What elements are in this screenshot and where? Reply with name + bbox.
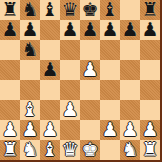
square-g8[interactable] xyxy=(120,0,140,20)
black-pawn-piece[interactable]: ♟ xyxy=(21,20,38,39)
square-g2[interactable]: ♟ xyxy=(120,120,140,140)
white-pawn-piece[interactable]: ♟ xyxy=(141,120,158,139)
square-c4[interactable] xyxy=(40,80,60,100)
square-h4[interactable] xyxy=(140,80,160,100)
white-rook-piece[interactable]: ♜ xyxy=(141,140,158,159)
chessboard-frame: ♜♞♝♛♚♝♜♟♟♟♟♟♟♟♞♟♟♝♟♟♟♟♟♟♟♜♞♝♛♚♞♜ xyxy=(0,0,162,162)
square-h7[interactable]: ♟ xyxy=(140,20,160,40)
square-e3[interactable] xyxy=(80,100,100,120)
square-a6[interactable] xyxy=(0,40,20,60)
square-d8[interactable]: ♛ xyxy=(60,0,80,20)
square-f2[interactable]: ♟ xyxy=(100,120,120,140)
white-rook-piece[interactable]: ♜ xyxy=(1,140,18,159)
square-a5[interactable] xyxy=(0,60,20,80)
square-d5[interactable] xyxy=(60,60,80,80)
black-pawn-piece[interactable]: ♟ xyxy=(141,20,158,39)
square-c5[interactable]: ♟ xyxy=(40,60,60,80)
white-king-piece[interactable]: ♚ xyxy=(81,140,98,159)
square-e6[interactable] xyxy=(80,40,100,60)
white-queen-piece[interactable]: ♛ xyxy=(61,140,78,159)
square-h2[interactable]: ♟ xyxy=(140,120,160,140)
square-d6[interactable] xyxy=(60,40,80,60)
square-d3[interactable]: ♟ xyxy=(60,100,80,120)
square-c6[interactable] xyxy=(40,40,60,60)
white-pawn-piece[interactable]: ♟ xyxy=(41,120,58,139)
black-pawn-piece[interactable]: ♟ xyxy=(41,60,58,79)
square-f7[interactable]: ♟ xyxy=(100,20,120,40)
square-b4[interactable] xyxy=(20,80,40,100)
square-h8[interactable]: ♜ xyxy=(140,0,160,20)
square-f8[interactable]: ♝ xyxy=(100,0,120,20)
square-e4[interactable] xyxy=(80,80,100,100)
black-queen-piece[interactable]: ♛ xyxy=(61,0,78,19)
square-g5[interactable] xyxy=(120,60,140,80)
square-a7[interactable]: ♟ xyxy=(0,20,20,40)
black-king-piece[interactable]: ♚ xyxy=(81,0,98,19)
white-pawn-piece[interactable]: ♟ xyxy=(1,120,18,139)
square-f5[interactable] xyxy=(100,60,120,80)
square-a4[interactable] xyxy=(0,80,20,100)
chessboard[interactable]: ♜♞♝♛♚♝♜♟♟♟♟♟♟♟♞♟♟♝♟♟♟♟♟♟♟♜♞♝♛♚♞♜ xyxy=(0,0,160,160)
square-h1[interactable]: ♜ xyxy=(140,140,160,160)
black-knight-piece[interactable]: ♞ xyxy=(21,40,38,59)
square-a8[interactable]: ♜ xyxy=(0,0,20,20)
square-h5[interactable] xyxy=(140,60,160,80)
square-h6[interactable] xyxy=(140,40,160,60)
square-b6[interactable]: ♞ xyxy=(20,40,40,60)
white-pawn-piece[interactable]: ♟ xyxy=(21,120,38,139)
square-a3[interactable] xyxy=(0,100,20,120)
square-e1[interactable]: ♚ xyxy=(80,140,100,160)
square-b3[interactable]: ♝ xyxy=(20,100,40,120)
square-g1[interactable]: ♞ xyxy=(120,140,140,160)
square-c8[interactable]: ♝ xyxy=(40,0,60,20)
black-rook-piece[interactable]: ♜ xyxy=(1,0,18,19)
square-b1[interactable]: ♞ xyxy=(20,140,40,160)
black-pawn-piece[interactable]: ♟ xyxy=(81,20,98,39)
square-c7[interactable] xyxy=(40,20,60,40)
black-bishop-piece[interactable]: ♝ xyxy=(101,0,118,19)
square-f6[interactable] xyxy=(100,40,120,60)
black-pawn-piece[interactable]: ♟ xyxy=(121,20,138,39)
black-knight-piece[interactable]: ♞ xyxy=(21,0,38,19)
square-c1[interactable]: ♝ xyxy=(40,140,60,160)
black-pawn-piece[interactable]: ♟ xyxy=(1,20,18,39)
white-pawn-piece[interactable]: ♟ xyxy=(61,100,78,119)
square-g7[interactable]: ♟ xyxy=(120,20,140,40)
square-e5[interactable]: ♟ xyxy=(80,60,100,80)
square-b5[interactable] xyxy=(20,60,40,80)
black-rook-piece[interactable]: ♜ xyxy=(141,0,158,19)
square-e2[interactable] xyxy=(80,120,100,140)
square-g3[interactable] xyxy=(120,100,140,120)
white-pawn-piece[interactable]: ♟ xyxy=(81,60,98,79)
square-c3[interactable] xyxy=(40,100,60,120)
white-pawn-piece[interactable]: ♟ xyxy=(101,120,118,139)
white-knight-piece[interactable]: ♞ xyxy=(121,140,138,159)
square-d2[interactable] xyxy=(60,120,80,140)
square-f3[interactable] xyxy=(100,100,120,120)
square-h3[interactable] xyxy=(140,100,160,120)
square-d1[interactable]: ♛ xyxy=(60,140,80,160)
white-bishop-piece[interactable]: ♝ xyxy=(21,100,38,119)
square-b2[interactable]: ♟ xyxy=(20,120,40,140)
black-bishop-piece[interactable]: ♝ xyxy=(41,0,58,19)
white-bishop-piece[interactable]: ♝ xyxy=(41,140,58,159)
square-a1[interactable]: ♜ xyxy=(0,140,20,160)
square-a2[interactable]: ♟ xyxy=(0,120,20,140)
square-f1[interactable] xyxy=(100,140,120,160)
square-c2[interactable]: ♟ xyxy=(40,120,60,140)
square-e8[interactable]: ♚ xyxy=(80,0,100,20)
square-d4[interactable] xyxy=(60,80,80,100)
square-g4[interactable] xyxy=(120,80,140,100)
black-pawn-piece[interactable]: ♟ xyxy=(61,20,78,39)
square-b7[interactable]: ♟ xyxy=(20,20,40,40)
square-f4[interactable] xyxy=(100,80,120,100)
square-b8[interactable]: ♞ xyxy=(20,0,40,20)
black-pawn-piece[interactable]: ♟ xyxy=(101,20,118,39)
square-g6[interactable] xyxy=(120,40,140,60)
square-e7[interactable]: ♟ xyxy=(80,20,100,40)
square-d7[interactable]: ♟ xyxy=(60,20,80,40)
white-knight-piece[interactable]: ♞ xyxy=(21,140,38,159)
white-pawn-piece[interactable]: ♟ xyxy=(121,120,138,139)
